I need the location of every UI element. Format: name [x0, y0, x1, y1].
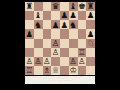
- chessboard: ♜♛♝♚♜♝♟♟♟♞♟♟♞♟♟♙♘♙♖♙♙♙♙♙♖♗♕♔: [25, 2, 95, 75]
- square-e4: [60, 39, 69, 48]
- piece-white-pawn: ♙: [69, 57, 77, 66]
- square-g6: [78, 20, 87, 29]
- piece-black-queen: ♛: [52, 2, 60, 11]
- square-c1: ♗: [43, 66, 52, 75]
- square-a7: [25, 11, 34, 20]
- square-e2: [60, 57, 69, 66]
- square-c6: [43, 20, 52, 29]
- piece-black-pawn: ♟: [87, 29, 95, 38]
- piece-white-pawn: ♙: [34, 57, 42, 66]
- piece-white-rook: ♖: [78, 48, 86, 57]
- square-a4: [25, 39, 34, 48]
- caption-line-2: ··· ·· · ······ ·· ·····: [48, 80, 72, 83]
- piece-black-pawn: ♟: [52, 20, 60, 29]
- square-d8: ♛: [51, 2, 60, 11]
- video-frame: ♜♛♝♚♜♝♟♟♟♞♟♟♞♟♟♙♘♙♖♙♙♙♙♙♖♗♕♔ ·· ····· · …: [0, 0, 120, 90]
- square-a6: [25, 20, 34, 29]
- square-f2: ♙: [69, 57, 78, 66]
- square-h5: ♟: [86, 29, 95, 38]
- square-a5: ♟: [25, 29, 34, 38]
- piece-white-rook: ♖: [26, 66, 34, 75]
- square-b3: [34, 48, 43, 57]
- square-g8: ♚: [78, 2, 87, 11]
- piece-black-bishop: ♝: [69, 2, 77, 11]
- square-c7: [43, 11, 52, 20]
- square-f3: [69, 48, 78, 57]
- square-g5: [78, 29, 87, 38]
- square-a2: ♙: [25, 57, 34, 66]
- piece-white-pawn: ♙: [43, 57, 51, 66]
- square-c2: ♙: [43, 57, 52, 66]
- square-d4: ♙: [51, 39, 60, 48]
- square-b8: [34, 2, 43, 11]
- square-c5: [43, 29, 52, 38]
- piece-black-rook: ♜: [87, 2, 95, 11]
- square-e8: [60, 2, 69, 11]
- caption-bar: ·· ····· · ········ ···· ····· ··· ·· ··…: [25, 76, 95, 84]
- square-e7: ♟: [60, 11, 69, 20]
- piece-black-knight: ♞: [34, 20, 42, 29]
- square-h7: ♟: [86, 11, 95, 20]
- square-h2: [86, 57, 95, 66]
- square-b1: [34, 66, 43, 75]
- square-e1: [60, 66, 69, 75]
- square-f1: ♔: [69, 66, 78, 75]
- square-a8: ♜: [25, 2, 34, 11]
- square-f7: ♟: [69, 11, 78, 20]
- left-pillarbox-bar: [0, 0, 25, 90]
- square-e5: [60, 29, 69, 38]
- square-d5: [51, 29, 60, 38]
- square-f5: [69, 29, 78, 38]
- piece-black-pawn: ♟: [87, 11, 95, 19]
- piece-black-king: ♚: [78, 2, 86, 11]
- square-d7: [51, 11, 60, 20]
- square-a3: [25, 48, 34, 57]
- square-c4: [43, 39, 52, 48]
- piece-black-rook: ♜: [26, 2, 34, 11]
- square-h1: [86, 66, 95, 75]
- piece-black-pawn: ♟: [69, 11, 77, 19]
- square-f6: ♞: [69, 20, 78, 29]
- square-d3: ♙: [51, 48, 60, 57]
- square-b2: ♙: [34, 57, 43, 66]
- square-g4: [78, 39, 87, 48]
- piece-white-pawn: ♙: [78, 57, 86, 66]
- square-d1: ♕: [51, 66, 60, 75]
- square-g7: [78, 11, 87, 20]
- piece-black-pawn: ♟: [61, 11, 69, 19]
- piece-black-pawn: ♟: [26, 29, 34, 38]
- piece-white-pawn: ♙: [26, 57, 34, 66]
- square-c3: [43, 48, 52, 57]
- square-b4: [34, 39, 43, 48]
- square-h8: ♜: [86, 2, 95, 11]
- square-a1: ♖: [25, 66, 34, 75]
- square-d2: [51, 57, 60, 66]
- square-e6: ♟: [60, 20, 69, 29]
- piece-white-bishop: ♗: [43, 66, 51, 75]
- square-b7: ♝: [34, 11, 43, 20]
- square-b5: [34, 29, 43, 38]
- square-g1: [78, 66, 87, 75]
- square-e3: [60, 48, 69, 57]
- square-d6: ♟: [51, 20, 60, 29]
- piece-black-bishop: ♝: [34, 11, 42, 19]
- square-h6: [86, 20, 95, 29]
- piece-black-pawn: ♟: [61, 20, 69, 29]
- square-h3: [86, 48, 95, 57]
- piece-white-knight: ♘: [87, 39, 95, 48]
- square-g3: ♖: [78, 48, 87, 57]
- right-pillarbox-bar: [95, 0, 120, 90]
- piece-white-queen: ♕: [52, 66, 60, 75]
- square-g2: ♙: [78, 57, 87, 66]
- square-f4: [69, 39, 78, 48]
- square-f8: ♝: [69, 2, 78, 11]
- piece-white-pawn: ♙: [52, 48, 60, 57]
- piece-white-king: ♔: [69, 66, 77, 75]
- piece-white-pawn: ♙: [52, 39, 60, 48]
- piece-black-knight: ♞: [69, 20, 77, 29]
- square-b6: ♞: [34, 20, 43, 29]
- square-h4: ♘: [86, 39, 95, 48]
- square-c8: [43, 2, 52, 11]
